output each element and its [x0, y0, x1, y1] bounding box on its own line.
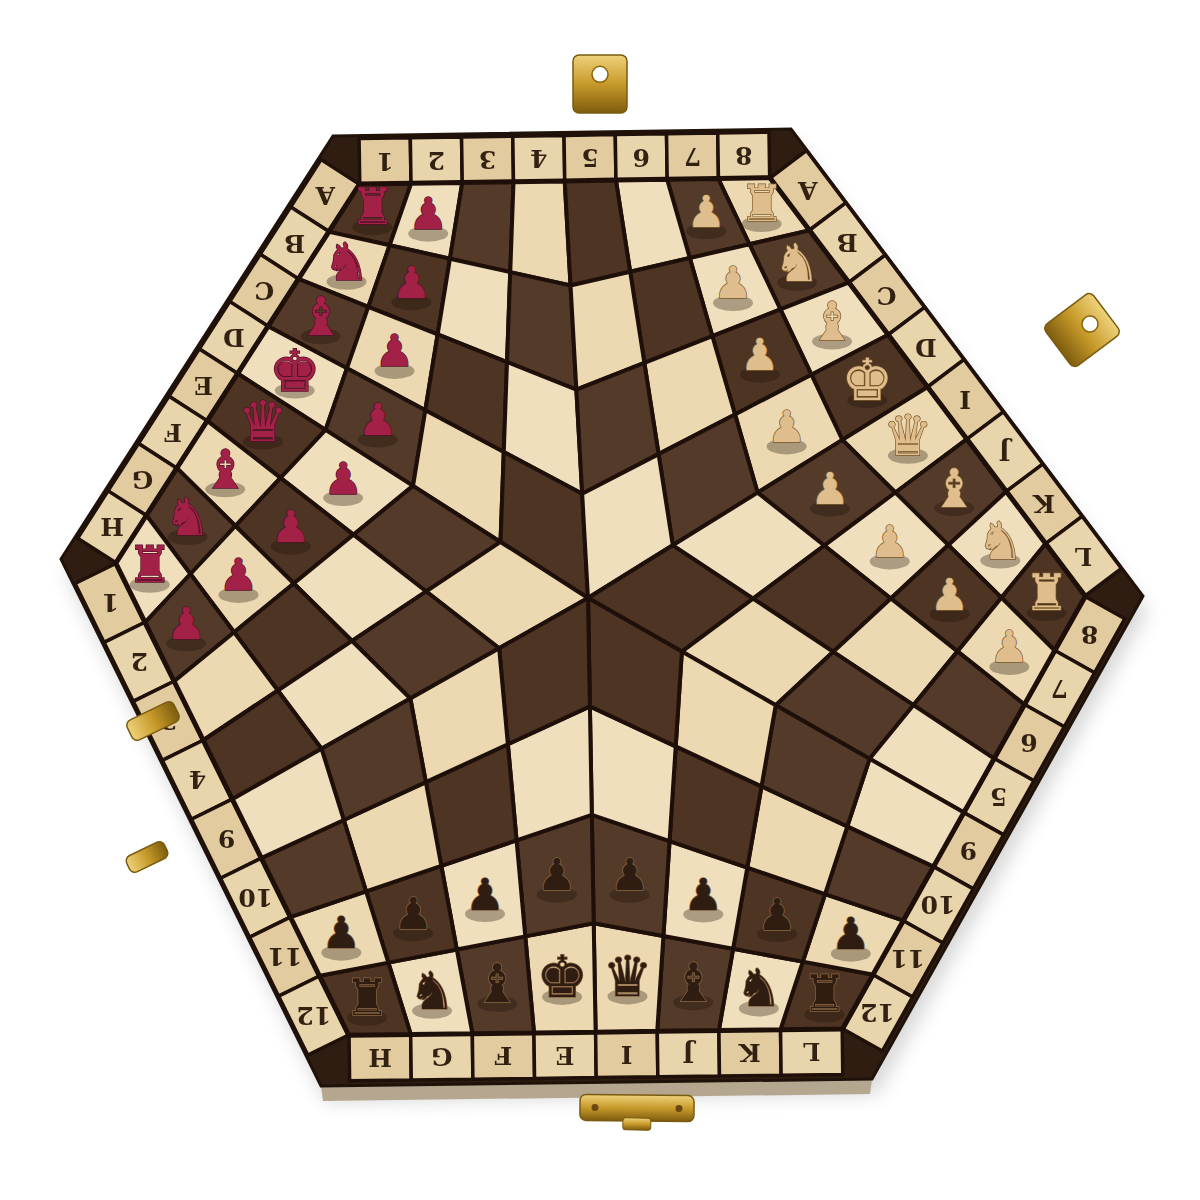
edge-label-lower-right-8: 8 [1081, 620, 1098, 649]
piece-dark-pawn-f11: ♟ [465, 869, 504, 920]
piece-natural-pawn-c7: ♟ [740, 329, 779, 380]
piece-natural-pawn-k7: ♟ [930, 569, 969, 620]
edge-label-lower-right-5: 5 [990, 782, 1007, 811]
piece-red-pawn-b2: ♟ [392, 257, 431, 308]
piece-natural-pawn-j7: ♟ [870, 516, 909, 567]
piece-dark-knight-g12: ♞ [409, 961, 456, 1021]
piece-red-pawn-d2: ♟ [358, 394, 397, 445]
edge-label-upper-right-I: I [959, 385, 971, 414]
piece-dark-pawn-h11: ♟ [322, 907, 361, 958]
piece-dark-rook-l12: ♜ [802, 965, 847, 1023]
brass-hinge-lower-left-2 [124, 840, 170, 875]
edge-label-bottom-L: L [802, 1037, 820, 1066]
piece-red-pawn-g2: ♟ [219, 549, 258, 600]
piece-red-rook-a1: ♜ [350, 178, 395, 236]
edge-label-lower-left-1: 1 [102, 588, 119, 617]
piece-dark-king-e12: ♚ [536, 943, 588, 1011]
piece-natural-knight-k8: ♞ [977, 511, 1024, 571]
edge-label-bottom-E: E [556, 1041, 575, 1070]
piece-natural-pawn-b7: ♟ [713, 257, 752, 308]
edge-label-top-5: 5 [581, 143, 598, 172]
piece-red-pawn-c2: ♟ [375, 325, 414, 376]
edge-label-bottom-F: F [494, 1041, 512, 1070]
cell-a3 [450, 182, 514, 272]
brass-hinge-bottom [580, 1094, 694, 1130]
piece-natural-pawn-l7: ♟ [990, 621, 1029, 672]
piece-dark-rook-h12: ♜ [345, 969, 390, 1027]
edge-label-lower-left-4: 4 [189, 765, 206, 794]
piece-dark-pawn-e11: ♟ [537, 849, 576, 900]
chess-board: 12345678ABCDIJKL87659101112HGFEIJKL12349… [0, 0, 1200, 1200]
edge-label-upper-right-D: D [915, 333, 937, 362]
piece-red-pawn-e2: ♟ [323, 453, 362, 504]
piece-natural-pawn-d7: ♟ [767, 401, 806, 452]
edge-label-upper-left-E: E [194, 371, 213, 400]
piece-dark-pawn-i11: ♟ [610, 849, 649, 900]
edge-label-upper-left-C: C [254, 276, 274, 305]
edge-label-lower-right-7: 7 [1051, 674, 1068, 703]
edge-label-top-8: 8 [735, 141, 752, 170]
piece-dark-pawn-k11: ♟ [757, 889, 796, 940]
edge-label-upper-right-K: K [1032, 489, 1055, 518]
piece-red-rook-h1: ♜ [127, 536, 172, 594]
piece-natural-rook-a8: ♜ [739, 175, 784, 233]
edge-label-lower-left-12: 12 [296, 1001, 331, 1030]
piece-natural-bishop-j8: ♝ [930, 458, 978, 519]
edge-label-lower-left-11: 11 [267, 942, 302, 971]
edge-label-lower-right-12: 12 [860, 998, 895, 1027]
edge-label-upper-left-D: D [223, 323, 245, 352]
edge-label-lower-right-6: 6 [1020, 728, 1037, 757]
piece-dark-queen-i12: ♛ [602, 944, 652, 1009]
piece-natural-rook-l8: ♜ [1024, 564, 1069, 622]
edge-label-bottom-I: I [621, 1040, 633, 1069]
piece-dark-pawn-l11: ♟ [831, 908, 870, 959]
edge-label-top-6: 6 [633, 143, 650, 172]
edge-label-upper-right-B: B [837, 228, 858, 257]
edge-label-top-3: 3 [479, 145, 496, 174]
piece-dark-knight-k12: ♞ [736, 958, 783, 1018]
brass-clasp-upper-right [1042, 291, 1121, 369]
piece-red-pawn-a2: ♟ [408, 188, 447, 239]
brass-clasp-top [573, 55, 627, 113]
piece-natural-pawn-i7: ♟ [810, 463, 849, 514]
cell-a4 [510, 181, 570, 285]
edge-label-upper-right-C: C [877, 281, 897, 310]
piece-dark-pawn-g11: ♟ [393, 888, 432, 939]
edge-label-lower-left-10: 10 [238, 883, 273, 912]
edge-label-lower-right-9: 9 [960, 836, 977, 865]
piece-red-pawn-h2: ♟ [166, 598, 205, 649]
edge-label-upper-left-A: A [315, 181, 336, 210]
edge-label-bottom-H: H [368, 1043, 392, 1072]
edge-label-upper-right-A: A [797, 176, 818, 205]
piece-dark-bishop-j12: ♝ [669, 952, 717, 1013]
edge-label-bottom-J: J [682, 1039, 696, 1068]
edge-label-lower-left-9: 9 [218, 824, 235, 853]
piece-red-pawn-f2: ♟ [271, 501, 310, 552]
piece-dark-pawn-j11: ♟ [684, 869, 723, 920]
edge-label-upper-left-H: H [100, 512, 124, 541]
piece-natural-bishop-c8: ♝ [808, 291, 856, 352]
edge-label-top-7: 7 [684, 142, 701, 171]
edge-label-top-1: 1 [376, 147, 393, 176]
piece-natural-queen-i8: ♛ [883, 403, 933, 468]
three-player-chess-photo: 12345678ABCDIJKL87659101112HGFEIJKL12349… [0, 0, 1200, 1200]
piece-red-knight-b1: ♞ [323, 232, 370, 292]
edge-label-upper-right-L: L [1074, 542, 1092, 571]
piece-natural-knight-b8: ♞ [774, 233, 821, 293]
piece-dark-bishop-f12: ♝ [473, 953, 521, 1014]
edge-label-upper-left-B: B [284, 229, 305, 258]
edge-label-top-2: 2 [428, 146, 445, 175]
cell-a5 [565, 181, 630, 286]
piece-natural-pawn-a7: ♟ [686, 186, 725, 237]
edge-label-lower-right-11: 11 [890, 944, 925, 973]
edge-label-lower-right-10: 10 [921, 890, 956, 919]
edge-label-lower-left-2: 2 [131, 647, 148, 676]
edge-label-upper-right-J: J [999, 437, 1013, 466]
edge-label-upper-left-F: F [164, 418, 182, 447]
edge-label-upper-left-G: G [132, 465, 153, 494]
edge-label-top-4: 4 [530, 144, 547, 173]
edge-label-bottom-K: K [738, 1038, 761, 1067]
edge-label-bottom-G: G [431, 1042, 452, 1071]
